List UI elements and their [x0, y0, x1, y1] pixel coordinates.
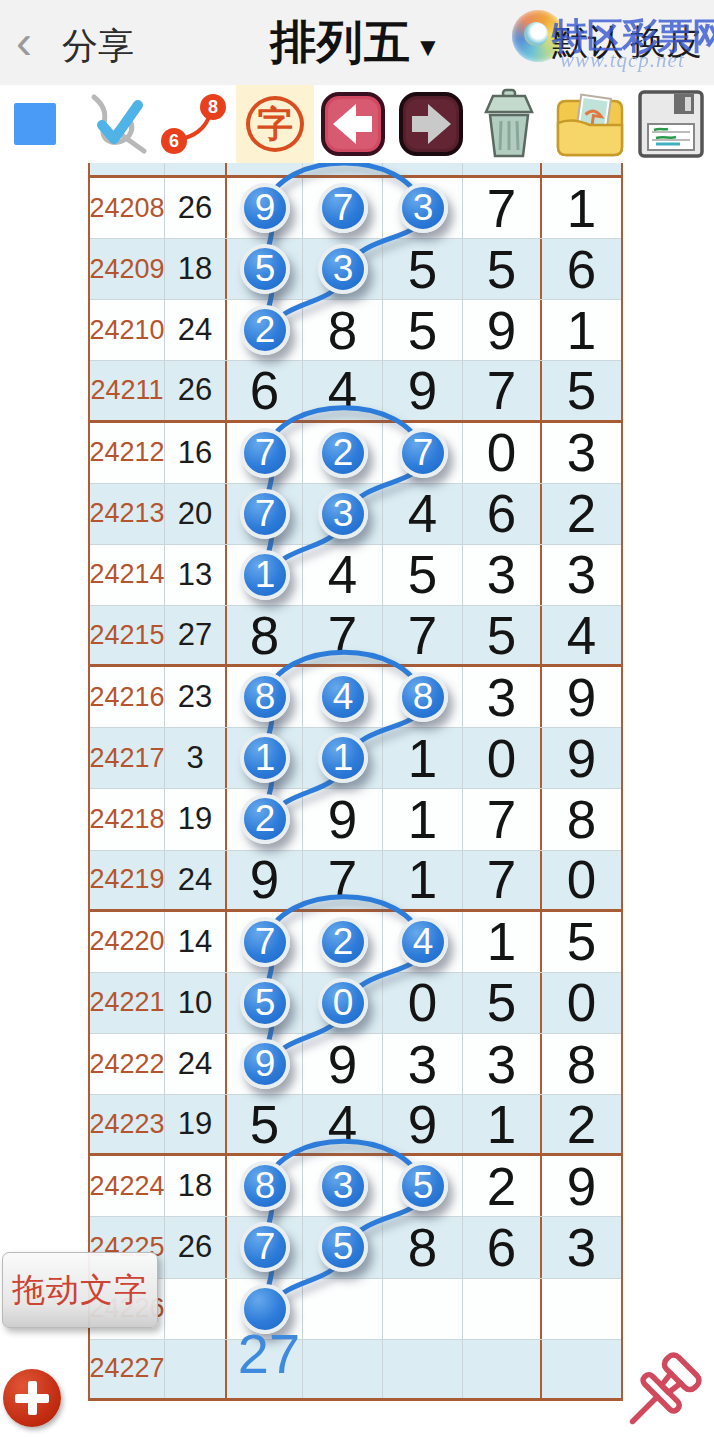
digit-cell[interactable]: 5 — [542, 361, 621, 419]
period-cell: 24224 — [90, 1156, 165, 1216]
digit-cell[interactable]: 1 — [542, 300, 621, 360]
marked-number-circle[interactable]: 7 — [318, 183, 368, 233]
arrow-right-icon — [398, 91, 464, 157]
trend-table: 2420826712420918556242102485912421126649… — [88, 163, 623, 1401]
period-cell: 24214 — [90, 545, 165, 605]
digit-cell[interactable]: 2 — [542, 1095, 621, 1153]
digit-cell[interactable]: 7 — [303, 606, 383, 664]
digit-cell[interactable]: 5 — [463, 606, 542, 664]
period-cell: 24222 — [90, 1034, 165, 1094]
period-cell: 24217 — [90, 728, 165, 788]
digit-cell[interactable]: 7 — [463, 789, 542, 849]
sum-cell — [165, 163, 227, 175]
trash-icon — [472, 88, 546, 160]
digit-cell[interactable]: 8 — [227, 606, 303, 664]
marked-number-circle[interactable]: 1 — [240, 550, 290, 600]
digit-cell[interactable]: 3 — [463, 667, 542, 727]
sum-cell: 18 — [165, 239, 227, 299]
sum-cell — [165, 1279, 227, 1339]
marked-number-circle[interactable]: 5 — [398, 1161, 448, 1211]
marked-number-circle[interactable]: 8 — [240, 1161, 290, 1211]
marked-number-circle[interactable]: 2 — [318, 917, 368, 967]
marked-number-circle[interactable]: 2 — [318, 428, 368, 478]
digit-cell[interactable]: 9 — [303, 789, 383, 849]
digit-cell[interactable] — [383, 1279, 463, 1339]
prev-page-button[interactable] — [318, 85, 388, 163]
digit-cell[interactable]: 0 — [383, 973, 463, 1033]
text-stamp-button[interactable]: 字 — [236, 85, 314, 163]
trend-line-button[interactable]: 8 6 — [158, 85, 232, 163]
svg-text:8: 8 — [208, 97, 218, 117]
digit-cell[interactable]: 5 — [383, 300, 463, 360]
floppy-save-icon — [636, 88, 706, 160]
digit-cell[interactable]: 9 — [227, 851, 303, 909]
digit-cell[interactable]: 9 — [542, 1156, 621, 1216]
marked-number-circle[interactable]: 8 — [398, 672, 448, 722]
blue-square-icon — [14, 103, 56, 145]
period-cell: 24216 — [90, 667, 165, 727]
digit-cell[interactable] — [227, 163, 303, 175]
next-page-button[interactable] — [394, 85, 468, 163]
sum-cell: 26 — [165, 178, 227, 238]
period-cell: 24221 — [90, 973, 165, 1033]
period-cell — [90, 163, 165, 175]
draw-row: 24214134533 — [90, 545, 621, 606]
digit-cell[interactable]: 5 — [227, 1095, 303, 1153]
draw-row: 24218199178 — [90, 789, 621, 850]
digit-cell[interactable]: 6 — [227, 361, 303, 419]
game-title-dropdown[interactable]: 排列五 ▼ — [270, 12, 441, 74]
draw-row: 24226 — [90, 1279, 621, 1340]
digit-cell[interactable]: 4 — [542, 606, 621, 664]
draw-row: 242152787754 — [90, 606, 621, 667]
digit-cell[interactable]: 1 — [383, 728, 463, 788]
digit-cell[interactable]: 3 — [463, 1034, 542, 1094]
digit-cell[interactable]: 8 — [542, 789, 621, 849]
digit-cell[interactable]: 1 — [463, 912, 542, 972]
period-cell: 24209 — [90, 239, 165, 299]
digit-cell[interactable]: 2 — [463, 1156, 542, 1216]
watermark-url: www.tqcp.net — [560, 48, 685, 73]
share-button[interactable]: 分享 — [62, 22, 134, 71]
check-pencil-icon — [86, 93, 152, 155]
marked-number-circle[interactable]: 9 — [240, 183, 290, 233]
marked-number-circle[interactable]: 3 — [318, 1161, 368, 1211]
draw-row: 242231954912 — [90, 1095, 621, 1156]
digit-cell[interactable] — [303, 1340, 383, 1398]
sum-cell: 26 — [165, 361, 227, 419]
period-cell: 24208 — [90, 178, 165, 238]
digit-cell[interactable]: 8 — [303, 300, 383, 360]
marked-number-circle[interactable]: 7 — [240, 489, 290, 539]
sum-cell: 24 — [165, 300, 227, 360]
digit-cell[interactable] — [463, 163, 542, 175]
digit-cell[interactable] — [463, 1340, 542, 1398]
pushpin-icon[interactable] — [608, 1348, 708, 1437]
digit-cell[interactable]: 5 — [383, 545, 463, 605]
digit-cell[interactable]: 5 — [463, 239, 542, 299]
digit-cell[interactable]: 7 — [463, 178, 542, 238]
digit-cell[interactable]: 3 — [542, 545, 621, 605]
delete-button[interactable] — [470, 85, 548, 163]
digit-cell[interactable]: 3 — [383, 1034, 463, 1094]
digit-cell[interactable]: 9 — [383, 1095, 463, 1153]
app-screen: ‹ 分享 排列五 ▼ 默认 换皮 特区彩票网 www.tqcp.net — [0, 0, 714, 1437]
sum-cell — [165, 1340, 227, 1398]
digit-cell[interactable]: 9 — [383, 361, 463, 419]
digit-cell[interactable]: 8 — [383, 1217, 463, 1277]
digit-cell[interactable]: 4 — [303, 361, 383, 419]
period-cell: 24227 — [90, 1340, 165, 1398]
period-cell: 24220 — [90, 912, 165, 972]
period-cell: 24219 — [90, 851, 165, 909]
digit-cell[interactable]: 7 — [303, 851, 383, 909]
save-button[interactable] — [632, 85, 710, 163]
digit-cell[interactable] — [542, 163, 621, 175]
marked-number-circle[interactable]: 2 — [240, 305, 290, 355]
digit-cell[interactable] — [383, 1340, 463, 1398]
page-title: 排列五 — [270, 12, 411, 74]
digit-cell[interactable]: 9 — [542, 667, 621, 727]
zi-stamp-icon: 字 — [246, 96, 304, 152]
digit-cell[interactable]: 0 — [463, 728, 542, 788]
digit-cell[interactable]: 1 — [383, 851, 463, 909]
sum-cell: 14 — [165, 912, 227, 972]
period-cell: 24215 — [90, 606, 165, 664]
digit-cell[interactable]: 0 — [542, 973, 621, 1033]
marked-empty-circle[interactable] — [240, 1284, 290, 1334]
digit-cell[interactable]: 1 — [463, 1095, 542, 1153]
digit-cell[interactable]: 4 — [303, 545, 383, 605]
marked-number-circle[interactable]: 4 — [318, 672, 368, 722]
digit-cell[interactable]: 5 — [463, 973, 542, 1033]
drag-text-button[interactable]: 拖动文字 — [2, 1252, 158, 1328]
marked-number-circle[interactable]: 5 — [318, 1222, 368, 1272]
marked-number-circle[interactable]: 4 — [398, 917, 448, 967]
marked-number-circle[interactable]: 3 — [318, 244, 368, 294]
toolbar: 8 6 字 — [0, 85, 714, 163]
digit-cell[interactable]: 2 — [542, 484, 621, 544]
arrow-left-icon — [320, 91, 386, 157]
marked-number-circle[interactable]: 9 — [240, 1039, 290, 1089]
digit-cell[interactable]: 7 — [463, 851, 542, 909]
period-cell: 24213 — [90, 484, 165, 544]
sum-cell: 18 — [165, 1156, 227, 1216]
digit-cell[interactable]: 7 — [383, 606, 463, 664]
digit-cell[interactable]: 5 — [383, 239, 463, 299]
marked-number-circle[interactable]: 8 — [240, 672, 290, 722]
digit-cell[interactable]: 4 — [383, 484, 463, 544]
trend-numbers-icon: 8 6 — [159, 92, 231, 156]
sum-cell: 20 — [165, 484, 227, 544]
digit-cell[interactable]: 4 — [303, 1095, 383, 1153]
digit-cell[interactable] — [303, 1279, 383, 1339]
digit-cell[interactable] — [303, 163, 383, 175]
marked-number-circle[interactable]: 1 — [240, 733, 290, 783]
sum-cell: 19 — [165, 1095, 227, 1153]
svg-text:6: 6 — [169, 131, 179, 151]
digit-cell[interactable]: 3 — [463, 545, 542, 605]
period-cell: 24210 — [90, 300, 165, 360]
digit-cell[interactable]: 6 — [542, 239, 621, 299]
digit-cell[interactable]: 9 — [542, 728, 621, 788]
marked-number-circle[interactable]: 2 — [240, 794, 290, 844]
photo-folder-icon — [552, 89, 628, 159]
draw-row: 24210248591 — [90, 300, 621, 361]
digit-cell[interactable]: 6 — [463, 484, 542, 544]
sum-cell: 3 — [165, 728, 227, 788]
marked-number-circle[interactable]: 0 — [318, 978, 368, 1028]
digit-cell[interactable]: 9 — [303, 1034, 383, 1094]
draw-row: 242192497170 — [90, 851, 621, 912]
color-select-button[interactable] — [10, 85, 60, 163]
period-cell: 24218 — [90, 789, 165, 849]
marked-number-circle[interactable]: 3 — [398, 183, 448, 233]
digit-cell[interactable] — [227, 1340, 303, 1398]
sum-cell: 27 — [165, 606, 227, 664]
top-bar: ‹ 分享 排列五 ▼ 默认 换皮 特区彩票网 www.tqcp.net — [0, 0, 714, 85]
marked-number-circle[interactable]: 5 — [240, 978, 290, 1028]
mark-check-button[interactable] — [84, 85, 154, 163]
sum-cell: 24 — [165, 1034, 227, 1094]
sum-cell: 13 — [165, 545, 227, 605]
marked-number-circle[interactable]: 7 — [398, 428, 448, 478]
sum-cell: 26 — [165, 1217, 227, 1277]
digit-cell[interactable]: 0 — [542, 851, 621, 909]
digit-cell[interactable]: 3 — [542, 1217, 621, 1277]
marked-number-circle[interactable]: 7 — [240, 917, 290, 967]
sum-cell: 23 — [165, 667, 227, 727]
add-button[interactable] — [3, 1369, 61, 1427]
digit-cell[interactable]: 0 — [463, 423, 542, 483]
back-icon[interactable]: ‹ — [16, 14, 32, 70]
marked-number-circle[interactable]: 7 — [240, 1222, 290, 1272]
digit-cell[interactable]: 3 — [542, 423, 621, 483]
digit-cell[interactable]: 6 — [463, 1217, 542, 1277]
digit-cell[interactable]: 8 — [542, 1034, 621, 1094]
digit-cell[interactable]: 5 — [542, 912, 621, 972]
period-cell: 24223 — [90, 1095, 165, 1153]
digit-cell[interactable]: 9 — [463, 300, 542, 360]
digit-cell[interactable]: 1 — [542, 178, 621, 238]
chevron-down-icon: ▼ — [415, 32, 441, 63]
zi-label: 字 — [257, 100, 293, 149]
digit-cell[interactable] — [463, 1279, 542, 1339]
sum-cell: 10 — [165, 973, 227, 1033]
gallery-button[interactable] — [550, 85, 630, 163]
marked-number-circle[interactable]: 7 — [240, 428, 290, 478]
draw-row: 24227 — [90, 1340, 621, 1401]
sum-cell: 16 — [165, 423, 227, 483]
marked-number-circle[interactable]: 1 — [318, 733, 368, 783]
marked-number-circle[interactable]: 5 — [240, 244, 290, 294]
digit-cell[interactable] — [542, 1279, 621, 1339]
draw-row: 242112664975 — [90, 361, 621, 422]
digit-cell[interactable]: 1 — [383, 789, 463, 849]
digit-cell[interactable] — [383, 163, 463, 175]
marked-number-circle[interactable]: 3 — [318, 489, 368, 539]
sum-cell: 24 — [165, 851, 227, 909]
partial-row — [90, 163, 621, 178]
sum-cell: 19 — [165, 789, 227, 849]
period-cell: 24211 — [90, 361, 165, 419]
draw-row: 24222249338 — [90, 1034, 621, 1095]
digit-cell[interactable]: 7 — [463, 361, 542, 419]
period-cell: 24212 — [90, 423, 165, 483]
